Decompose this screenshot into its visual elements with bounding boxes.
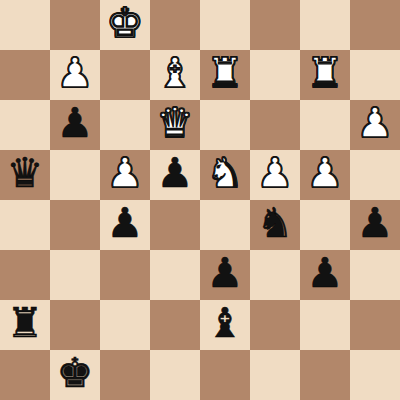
square-d1[interactable] bbox=[150, 350, 200, 400]
white-pawn-icon[interactable]: ♟ bbox=[357, 100, 394, 148]
square-h2[interactable] bbox=[350, 300, 400, 350]
square-e1[interactable] bbox=[200, 350, 250, 400]
black-pawn-icon[interactable]: ♟ bbox=[207, 250, 244, 298]
square-h8[interactable] bbox=[350, 0, 400, 50]
square-g2[interactable] bbox=[300, 300, 350, 350]
square-g7[interactable]: ♜ bbox=[300, 50, 350, 100]
square-c3[interactable] bbox=[100, 250, 150, 300]
white-knight-icon[interactable]: ♞ bbox=[207, 150, 244, 198]
square-d7[interactable]: ♝ bbox=[150, 50, 200, 100]
white-king-icon[interactable]: ♚ bbox=[107, 0, 144, 48]
square-g4[interactable] bbox=[300, 200, 350, 250]
square-b1[interactable]: ♚ bbox=[50, 350, 100, 400]
square-c5[interactable]: ♟ bbox=[100, 150, 150, 200]
white-bishop-icon[interactable]: ♝ bbox=[157, 50, 194, 98]
square-c7[interactable] bbox=[100, 50, 150, 100]
square-d4[interactable] bbox=[150, 200, 200, 250]
square-e5[interactable]: ♞ bbox=[200, 150, 250, 200]
black-king-icon[interactable]: ♚ bbox=[57, 350, 94, 398]
square-d3[interactable] bbox=[150, 250, 200, 300]
square-a2[interactable]: ♜ bbox=[0, 300, 50, 350]
square-b7[interactable]: ♟ bbox=[50, 50, 100, 100]
white-pawn-icon[interactable]: ♟ bbox=[57, 50, 94, 98]
square-d6[interactable]: ♛ bbox=[150, 100, 200, 150]
square-h7[interactable] bbox=[350, 50, 400, 100]
square-f1[interactable] bbox=[250, 350, 300, 400]
square-a1[interactable] bbox=[0, 350, 50, 400]
white-pawn-icon[interactable]: ♟ bbox=[257, 150, 294, 198]
square-e7[interactable]: ♜ bbox=[200, 50, 250, 100]
square-e3[interactable]: ♟ bbox=[200, 250, 250, 300]
square-g5[interactable]: ♟ bbox=[300, 150, 350, 200]
white-rook-icon[interactable]: ♜ bbox=[307, 50, 344, 98]
black-pawn-icon[interactable]: ♟ bbox=[107, 200, 144, 248]
chess-board: ♚♟♝♜♜♟♛♟♛♟♟♞♟♟♟♞♟♟♟♜♝♚ bbox=[0, 0, 400, 400]
square-e8[interactable] bbox=[200, 0, 250, 50]
square-a6[interactable] bbox=[0, 100, 50, 150]
square-h5[interactable] bbox=[350, 150, 400, 200]
square-e4[interactable] bbox=[200, 200, 250, 250]
square-d2[interactable] bbox=[150, 300, 200, 350]
black-rook-icon[interactable]: ♜ bbox=[7, 300, 44, 348]
square-h3[interactable] bbox=[350, 250, 400, 300]
black-pawn-icon[interactable]: ♟ bbox=[357, 200, 394, 248]
square-h4[interactable]: ♟ bbox=[350, 200, 400, 250]
square-b8[interactable] bbox=[50, 0, 100, 50]
square-f6[interactable] bbox=[250, 100, 300, 150]
square-h1[interactable] bbox=[350, 350, 400, 400]
square-h6[interactable]: ♟ bbox=[350, 100, 400, 150]
black-bishop-icon[interactable]: ♝ bbox=[207, 300, 244, 348]
square-a3[interactable] bbox=[0, 250, 50, 300]
white-rook-icon[interactable]: ♜ bbox=[207, 50, 244, 98]
black-pawn-icon[interactable]: ♟ bbox=[307, 250, 344, 298]
square-d8[interactable] bbox=[150, 0, 200, 50]
black-knight-icon[interactable]: ♞ bbox=[257, 200, 294, 248]
white-pawn-icon[interactable]: ♟ bbox=[107, 150, 144, 198]
square-e2[interactable]: ♝ bbox=[200, 300, 250, 350]
square-f4[interactable]: ♞ bbox=[250, 200, 300, 250]
square-b2[interactable] bbox=[50, 300, 100, 350]
square-d5[interactable]: ♟ bbox=[150, 150, 200, 200]
square-c6[interactable] bbox=[100, 100, 150, 150]
black-queen-icon[interactable]: ♛ bbox=[7, 150, 44, 198]
white-queen-icon[interactable]: ♛ bbox=[157, 100, 194, 148]
square-c8[interactable]: ♚ bbox=[100, 0, 150, 50]
square-b6[interactable]: ♟ bbox=[50, 100, 100, 150]
square-b4[interactable] bbox=[50, 200, 100, 250]
square-a8[interactable] bbox=[0, 0, 50, 50]
square-f8[interactable] bbox=[250, 0, 300, 50]
square-g8[interactable] bbox=[300, 0, 350, 50]
square-b5[interactable] bbox=[50, 150, 100, 200]
square-c4[interactable]: ♟ bbox=[100, 200, 150, 250]
square-b3[interactable] bbox=[50, 250, 100, 300]
square-c2[interactable] bbox=[100, 300, 150, 350]
square-f2[interactable] bbox=[250, 300, 300, 350]
square-a5[interactable]: ♛ bbox=[0, 150, 50, 200]
square-f3[interactable] bbox=[250, 250, 300, 300]
square-g6[interactable] bbox=[300, 100, 350, 150]
square-f7[interactable] bbox=[250, 50, 300, 100]
black-pawn-icon[interactable]: ♟ bbox=[57, 100, 94, 148]
square-e6[interactable] bbox=[200, 100, 250, 150]
white-pawn-icon[interactable]: ♟ bbox=[307, 150, 344, 198]
square-g3[interactable]: ♟ bbox=[300, 250, 350, 300]
square-f5[interactable]: ♟ bbox=[250, 150, 300, 200]
black-pawn-icon[interactable]: ♟ bbox=[157, 150, 194, 198]
square-a4[interactable] bbox=[0, 200, 50, 250]
square-a7[interactable] bbox=[0, 50, 50, 100]
square-c1[interactable] bbox=[100, 350, 150, 400]
square-g1[interactable] bbox=[300, 350, 350, 400]
